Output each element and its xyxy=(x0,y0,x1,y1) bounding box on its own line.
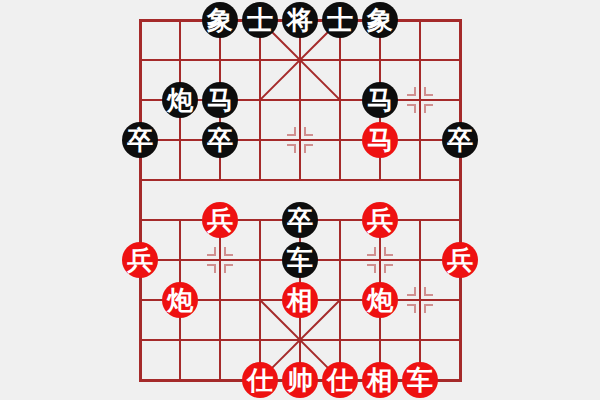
piece-black-advisor[interactable]: 士 xyxy=(242,2,278,38)
piece-red-advisor[interactable]: 仕 xyxy=(322,362,358,398)
piece-red-general[interactable]: 帅 xyxy=(282,362,318,398)
piece-black-advisor[interactable]: 士 xyxy=(322,2,358,38)
piece-black-horse[interactable]: 马 xyxy=(202,82,238,118)
piece-red-pawn[interactable]: 兵 xyxy=(202,202,238,238)
piece-black-cannon[interactable]: 炮 xyxy=(162,82,198,118)
piece-red-pawn[interactable]: 兵 xyxy=(122,242,158,278)
piece-black-pawn[interactable]: 卒 xyxy=(282,202,318,238)
piece-black-pawn[interactable]: 卒 xyxy=(202,122,238,158)
piece-red-cannon[interactable]: 炮 xyxy=(162,282,198,318)
piece-black-pawn[interactable]: 卒 xyxy=(442,122,478,158)
piece-red-advisor[interactable]: 仕 xyxy=(242,362,278,398)
piece-black-general[interactable]: 将 xyxy=(282,2,318,38)
piece-red-pawn[interactable]: 兵 xyxy=(362,202,398,238)
piece-red-horse[interactable]: 马 xyxy=(362,122,398,158)
xiangqi-board: 象士将士象炮马马卒卒马卒兵卒兵兵车兵炮相炮仕帅仕相车 xyxy=(140,20,460,380)
piece-red-elephant[interactable]: 相 xyxy=(362,362,398,398)
piece-black-pawn[interactable]: 卒 xyxy=(122,122,158,158)
piece-black-elephant[interactable]: 象 xyxy=(202,2,238,38)
piece-black-horse[interactable]: 马 xyxy=(362,82,398,118)
piece-red-elephant[interactable]: 相 xyxy=(282,282,318,318)
board-frame xyxy=(139,19,462,382)
piece-red-pawn[interactable]: 兵 xyxy=(442,242,478,278)
piece-black-chariot[interactable]: 车 xyxy=(282,242,318,278)
piece-red-cannon[interactable]: 炮 xyxy=(362,282,398,318)
xiangqi-screenshot: 象士将士象炮马马卒卒马卒兵卒兵兵车兵炮相炮仕帅仕相车 xyxy=(0,0,600,400)
piece-black-elephant[interactable]: 象 xyxy=(362,2,398,38)
piece-red-chariot[interactable]: 车 xyxy=(402,362,438,398)
